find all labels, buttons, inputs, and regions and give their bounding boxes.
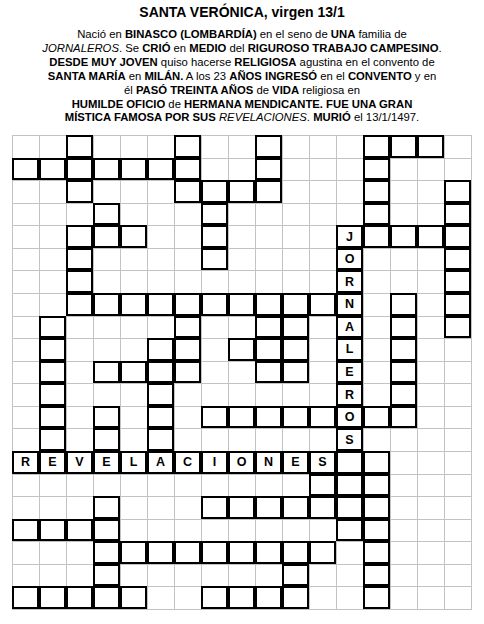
background-cell: [174, 225, 201, 248]
word-cell[interactable]: [228, 496, 255, 519]
word-cell[interactable]: [282, 338, 309, 361]
background-cell: [390, 496, 417, 519]
page: { "game": "crossword fill-in (crucigrama…: [0, 0, 484, 624]
word-cell[interactable]: [93, 428, 120, 451]
background-cell: [201, 361, 228, 384]
background-cell: [147, 248, 174, 271]
intro-line: JORNALEROS. Se CRIÓ en MEDIO del RIGUROS…: [6, 42, 478, 56]
background-cell: [390, 428, 417, 451]
intro-line: Nació en BINASCO (LOMBARDÍA) en el seno …: [6, 28, 478, 42]
background-cell: [309, 158, 336, 181]
word-cell[interactable]: [444, 180, 471, 203]
word-cell[interactable]: [363, 541, 390, 564]
word-cell[interactable]: [66, 225, 93, 248]
background-cell: [282, 383, 309, 406]
word-cell[interactable]: [255, 361, 282, 384]
letter-cell[interactable]: E: [39, 451, 66, 474]
word-cell[interactable]: [228, 406, 255, 429]
word-cell[interactable]: [390, 383, 417, 406]
word-cell[interactable]: [282, 541, 309, 564]
background-cell: [201, 383, 228, 406]
letter-cell[interactable]: L: [336, 338, 363, 361]
background-cell: [66, 406, 93, 429]
word-cell[interactable]: [93, 225, 120, 248]
word-cell[interactable]: [147, 361, 174, 384]
letter-cell[interactable]: E: [282, 451, 309, 474]
word-cell[interactable]: [174, 541, 201, 564]
word-cell[interactable]: [201, 248, 228, 271]
word-cell[interactable]: [336, 474, 363, 497]
letter-cell[interactable]: C: [174, 451, 201, 474]
word-cell[interactable]: [201, 180, 228, 203]
background-cell: [66, 496, 93, 519]
background-cell: [417, 383, 444, 406]
letter-cell[interactable]: S: [309, 451, 336, 474]
background-cell: [12, 135, 39, 158]
background-cell: [255, 203, 282, 226]
word-cell[interactable]: [444, 270, 471, 293]
word-cell[interactable]: [228, 180, 255, 203]
word-cell[interactable]: [147, 541, 174, 564]
word-cell[interactable]: [39, 338, 66, 361]
word-cell[interactable]: [282, 496, 309, 519]
word-cell[interactable]: [93, 586, 120, 609]
word-cell[interactable]: [120, 293, 147, 316]
background-cell: [444, 361, 471, 384]
background-cell: [228, 564, 255, 587]
background-cell: [417, 338, 444, 361]
word-cell[interactable]: [309, 474, 336, 497]
background-cell: [147, 519, 174, 542]
word-cell[interactable]: [282, 361, 309, 384]
background-cell: [174, 564, 201, 587]
background-cell: [120, 383, 147, 406]
word-cell[interactable]: [309, 496, 336, 519]
crossword-grid: JORNALEROSREVELACIONES: [12, 135, 472, 610]
background-cell: [228, 158, 255, 181]
background-cell: [282, 225, 309, 248]
background-cell: [12, 564, 39, 587]
word-cell[interactable]: [255, 496, 282, 519]
word-cell[interactable]: [336, 451, 363, 474]
word-cell[interactable]: [444, 248, 471, 271]
word-cell[interactable]: [174, 316, 201, 339]
word-cell[interactable]: [201, 225, 228, 248]
background-cell: [174, 428, 201, 451]
background-cell: [120, 248, 147, 271]
letter-cell[interactable]: L: [120, 451, 147, 474]
background-cell: [120, 135, 147, 158]
word-cell[interactable]: [390, 316, 417, 339]
background-cell: [390, 203, 417, 226]
background-cell: [12, 541, 39, 564]
background-cell: [120, 203, 147, 226]
background-cell: [363, 338, 390, 361]
background-cell: [12, 293, 39, 316]
word-cell[interactable]: [363, 586, 390, 609]
word-cell[interactable]: [93, 519, 120, 542]
background-cell: [201, 474, 228, 497]
word-cell[interactable]: [282, 316, 309, 339]
word-cell[interactable]: [174, 293, 201, 316]
word-cell[interactable]: [66, 586, 93, 609]
background-cell: [417, 564, 444, 587]
background-cell: [390, 270, 417, 293]
word-cell[interactable]: [174, 338, 201, 361]
background-cell: [66, 474, 93, 497]
word-cell[interactable]: [417, 135, 444, 158]
letter-cell[interactable]: R: [336, 270, 363, 293]
background-cell: [417, 316, 444, 339]
background-cell: [147, 135, 174, 158]
word-cell[interactable]: [363, 135, 390, 158]
background-cell: [12, 496, 39, 519]
background-cell: [66, 316, 93, 339]
background-cell: [444, 451, 471, 474]
background-cell: [120, 564, 147, 587]
background-cell: [255, 564, 282, 587]
word-cell[interactable]: [282, 564, 309, 587]
background-cell: [363, 428, 390, 451]
background-cell: [66, 338, 93, 361]
background-cell: [12, 270, 39, 293]
background-cell: [12, 248, 39, 271]
background-cell: [174, 248, 201, 271]
word-cell[interactable]: [12, 519, 39, 542]
background-cell: [201, 519, 228, 542]
background-cell: [228, 203, 255, 226]
background-cell: [228, 519, 255, 542]
word-cell[interactable]: [39, 519, 66, 542]
background-cell: [39, 225, 66, 248]
intro-text: Nació en BINASCO (LOMBARDÍA) en el seno …: [6, 28, 478, 125]
word-cell[interactable]: [93, 564, 120, 587]
background-cell: [417, 451, 444, 474]
word-cell[interactable]: [363, 203, 390, 226]
letter-cell[interactable]: O: [336, 406, 363, 429]
background-cell: [12, 428, 39, 451]
background-cell: [282, 180, 309, 203]
background-cell: [120, 496, 147, 519]
background-cell: [174, 496, 201, 519]
word-cell[interactable]: [174, 158, 201, 181]
background-cell: [66, 203, 93, 226]
word-cell[interactable]: [66, 293, 93, 316]
background-cell: [282, 203, 309, 226]
word-cell[interactable]: [147, 383, 174, 406]
background-cell: [363, 293, 390, 316]
word-cell[interactable]: [201, 496, 228, 519]
word-cell[interactable]: [39, 158, 66, 181]
word-cell[interactable]: [201, 586, 228, 609]
background-cell: [390, 474, 417, 497]
background-cell: [147, 225, 174, 248]
word-cell[interactable]: [147, 293, 174, 316]
background-cell: [228, 225, 255, 248]
word-cell[interactable]: [93, 496, 120, 519]
word-cell[interactable]: [390, 338, 417, 361]
background-cell: [147, 586, 174, 609]
intro-line: MÍSTICA FAMOSA POR SUS REVELACIONES. MUR…: [6, 111, 478, 125]
word-cell[interactable]: [39, 383, 66, 406]
word-cell[interactable]: [12, 158, 39, 181]
word-cell[interactable]: [201, 293, 228, 316]
background-cell: [12, 383, 39, 406]
word-cell[interactable]: [93, 361, 120, 384]
background-cell: [174, 474, 201, 497]
background-cell: [66, 541, 93, 564]
word-cell[interactable]: [444, 203, 471, 226]
background-cell: [12, 338, 39, 361]
background-cell: [228, 474, 255, 497]
letter-cell[interactable]: N: [336, 293, 363, 316]
background-cell: [363, 361, 390, 384]
background-cell: [66, 564, 93, 587]
background-cell: [255, 474, 282, 497]
word-cell[interactable]: [228, 586, 255, 609]
background-cell: [147, 316, 174, 339]
background-cell: [147, 474, 174, 497]
intro-line: DESDE MUY JOVEN quiso hacerse RELIGIOSA …: [6, 56, 478, 70]
word-cell[interactable]: [444, 293, 471, 316]
letter-cell[interactable]: E: [336, 361, 363, 384]
word-cell[interactable]: [255, 338, 282, 361]
background-cell: [282, 135, 309, 158]
word-cell[interactable]: [120, 225, 147, 248]
word-cell[interactable]: [363, 225, 390, 248]
background-cell: [255, 428, 282, 451]
background-cell: [93, 383, 120, 406]
word-cell[interactable]: [228, 293, 255, 316]
background-cell: [336, 564, 363, 587]
word-cell[interactable]: [120, 586, 147, 609]
word-cell[interactable]: [255, 293, 282, 316]
word-cell[interactable]: [93, 406, 120, 429]
word-cell[interactable]: [255, 406, 282, 429]
word-cell[interactable]: [363, 180, 390, 203]
background-cell: [444, 135, 471, 158]
background-cell: [309, 203, 336, 226]
background-cell: [390, 519, 417, 542]
word-cell[interactable]: [336, 519, 363, 542]
background-cell: [174, 270, 201, 293]
word-cell[interactable]: [363, 474, 390, 497]
word-cell[interactable]: [228, 338, 255, 361]
word-cell[interactable]: [147, 428, 174, 451]
word-cell[interactable]: [120, 361, 147, 384]
word-cell[interactable]: [336, 496, 363, 519]
word-cell[interactable]: [147, 406, 174, 429]
word-cell[interactable]: [39, 361, 66, 384]
background-cell: [309, 361, 336, 384]
background-cell: [12, 203, 39, 226]
word-cell[interactable]: [66, 248, 93, 271]
background-cell: [309, 428, 336, 451]
word-cell[interactable]: [255, 316, 282, 339]
background-cell: [444, 586, 471, 609]
background-cell: [120, 316, 147, 339]
word-cell[interactable]: [93, 203, 120, 226]
word-cell[interactable]: [39, 316, 66, 339]
word-cell[interactable]: [255, 135, 282, 158]
word-cell[interactable]: [39, 586, 66, 609]
word-cell[interactable]: [444, 316, 471, 339]
background-cell: [309, 225, 336, 248]
word-cell[interactable]: [282, 406, 309, 429]
background-cell: [39, 541, 66, 564]
word-cell[interactable]: [363, 406, 390, 429]
word-cell[interactable]: [174, 361, 201, 384]
background-cell: [93, 135, 120, 158]
background-cell: [309, 383, 336, 406]
word-cell[interactable]: [66, 519, 93, 542]
word-cell[interactable]: [120, 158, 147, 181]
background-cell: [282, 474, 309, 497]
word-cell[interactable]: [363, 564, 390, 587]
background-cell: [309, 316, 336, 339]
background-cell: [12, 316, 39, 339]
background-cell: [390, 180, 417, 203]
word-cell[interactable]: [444, 225, 471, 248]
background-cell: [120, 270, 147, 293]
background-cell: [309, 564, 336, 587]
background-cell: [93, 180, 120, 203]
background-cell: [12, 180, 39, 203]
word-cell[interactable]: [282, 293, 309, 316]
word-cell[interactable]: [390, 225, 417, 248]
puzzle-title: SANTA VERÓNICA, virgen 13/1: [0, 4, 484, 20]
background-cell: [66, 361, 93, 384]
word-cell[interactable]: [255, 586, 282, 609]
word-cell[interactable]: [201, 406, 228, 429]
word-cell[interactable]: [228, 541, 255, 564]
background-cell: [228, 428, 255, 451]
background-cell: [39, 135, 66, 158]
word-cell[interactable]: [390, 406, 417, 429]
word-cell[interactable]: [363, 451, 390, 474]
word-cell[interactable]: [201, 203, 228, 226]
background-cell: [120, 338, 147, 361]
word-cell[interactable]: [255, 180, 282, 203]
background-cell: [93, 316, 120, 339]
letter-cell[interactable]: S: [336, 428, 363, 451]
word-cell[interactable]: [120, 541, 147, 564]
letter-cell[interactable]: R: [12, 451, 39, 474]
word-cell[interactable]: [417, 225, 444, 248]
word-cell[interactable]: [66, 135, 93, 158]
background-cell: [417, 474, 444, 497]
background-cell: [147, 180, 174, 203]
background-cell: [201, 158, 228, 181]
letter-cell[interactable]: O: [336, 248, 363, 271]
background-cell: [255, 248, 282, 271]
word-cell[interactable]: [12, 586, 39, 609]
background-cell: [255, 383, 282, 406]
letter-cell[interactable]: R: [336, 383, 363, 406]
word-cell[interactable]: [147, 338, 174, 361]
letter-cell[interactable]: A: [336, 316, 363, 339]
background-cell: [444, 158, 471, 181]
word-cell[interactable]: [93, 293, 120, 316]
word-cell[interactable]: [363, 496, 390, 519]
word-cell[interactable]: [201, 541, 228, 564]
word-cell[interactable]: [93, 541, 120, 564]
letter-cell[interactable]: I: [201, 451, 228, 474]
background-cell: [444, 519, 471, 542]
background-cell: [147, 564, 174, 587]
word-cell[interactable]: [309, 406, 336, 429]
word-cell[interactable]: [39, 406, 66, 429]
background-cell: [66, 428, 93, 451]
background-cell: [228, 316, 255, 339]
word-cell[interactable]: [255, 541, 282, 564]
background-cell: [201, 270, 228, 293]
background-cell: [309, 519, 336, 542]
word-cell[interactable]: [363, 158, 390, 181]
background-cell: [336, 203, 363, 226]
word-cell[interactable]: [390, 135, 417, 158]
background-cell: [417, 406, 444, 429]
background-cell: [336, 135, 363, 158]
word-cell[interactable]: [39, 428, 66, 451]
background-cell: [174, 586, 201, 609]
word-cell[interactable]: [282, 586, 309, 609]
background-cell: [309, 338, 336, 361]
word-cell[interactable]: [363, 519, 390, 542]
background-cell: [174, 519, 201, 542]
word-cell[interactable]: [390, 361, 417, 384]
letter-cell[interactable]: E: [93, 451, 120, 474]
background-cell: [39, 248, 66, 271]
background-cell: [282, 428, 309, 451]
letter-cell[interactable]: J: [336, 225, 363, 248]
word-cell[interactable]: [174, 180, 201, 203]
background-cell: [282, 248, 309, 271]
word-cell[interactable]: [66, 270, 93, 293]
background-cell: [336, 180, 363, 203]
word-cell[interactable]: [309, 541, 336, 564]
letter-cell[interactable]: V: [66, 451, 93, 474]
background-cell: [309, 586, 336, 609]
background-cell: [12, 361, 39, 384]
background-cell: [120, 519, 147, 542]
background-cell: [390, 541, 417, 564]
word-cell[interactable]: [174, 135, 201, 158]
background-cell: [39, 270, 66, 293]
word-cell[interactable]: [309, 293, 336, 316]
background-cell: [255, 519, 282, 542]
background-cell: [120, 428, 147, 451]
letter-cell[interactable]: O: [228, 451, 255, 474]
background-cell: [444, 496, 471, 519]
word-cell[interactable]: [66, 158, 93, 181]
background-cell: [39, 293, 66, 316]
word-cell[interactable]: [93, 158, 120, 181]
word-cell[interactable]: [147, 158, 174, 181]
background-cell: [93, 248, 120, 271]
word-cell[interactable]: [66, 180, 93, 203]
background-cell: [336, 586, 363, 609]
background-cell: [228, 248, 255, 271]
intro-line: SANTA MARÍA en MILÁN. A los 23 AÑOS INGR…: [6, 70, 478, 84]
background-cell: [336, 158, 363, 181]
background-cell: [201, 564, 228, 587]
letter-cell[interactable]: N: [255, 451, 282, 474]
word-cell[interactable]: [255, 158, 282, 181]
background-cell: [39, 564, 66, 587]
word-cell[interactable]: [390, 293, 417, 316]
letter-cell[interactable]: A: [147, 451, 174, 474]
